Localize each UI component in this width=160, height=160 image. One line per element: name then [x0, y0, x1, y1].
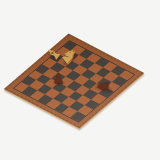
standing-black-pawn: ♟	[52, 71, 65, 85]
photo-scene: ♝ ♞ ♟ ♞	[0, 0, 160, 160]
fallen-black-knight: ♞	[94, 77, 113, 94]
